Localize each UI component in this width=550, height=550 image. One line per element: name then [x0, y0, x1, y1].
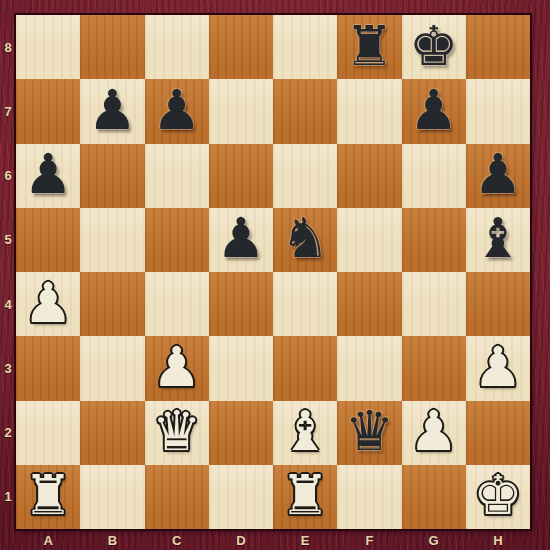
square-a7[interactable]	[16, 79, 80, 143]
rank-label-7: 7	[0, 79, 16, 143]
white-bishop-e2[interactable]: ♝	[280, 404, 329, 459]
square-c3[interactable]: ♟	[145, 336, 209, 400]
square-f7[interactable]	[337, 79, 401, 143]
square-g2[interactable]: ♟	[402, 401, 466, 465]
black-bishop-h5[interactable]: ♝	[473, 211, 522, 266]
black-pawn-a6[interactable]: ♟	[23, 147, 72, 202]
square-d7[interactable]	[209, 79, 273, 143]
black-knight-e5[interactable]: ♞	[280, 211, 329, 266]
file-label-b: B	[80, 530, 144, 550]
file-label-h: H	[466, 530, 530, 550]
white-king-h1[interactable]: ♚	[473, 468, 522, 523]
chess-diagram: 87654321 ABCDEFGH ♜♚♟♟♟♟♟♟♞♝♟♟♟♛♝♛♟♜♜♚	[0, 0, 550, 550]
square-h7[interactable]	[466, 79, 530, 143]
square-g5[interactable]	[402, 208, 466, 272]
square-c7[interactable]: ♟	[145, 79, 209, 143]
square-d5[interactable]: ♟	[209, 208, 273, 272]
white-pawn-a4[interactable]: ♟	[23, 276, 72, 331]
file-label-a: A	[16, 530, 80, 550]
square-f4[interactable]	[337, 272, 401, 336]
square-a6[interactable]: ♟	[16, 144, 80, 208]
white-pawn-c3[interactable]: ♟	[152, 340, 201, 395]
square-b5[interactable]	[80, 208, 144, 272]
square-e6[interactable]	[273, 144, 337, 208]
square-g1[interactable]	[402, 465, 466, 529]
square-b2[interactable]	[80, 401, 144, 465]
rank-label-8: 8	[0, 15, 16, 79]
square-h1[interactable]: ♚	[466, 465, 530, 529]
white-pawn-g2[interactable]: ♟	[409, 404, 458, 459]
square-d8[interactable]	[209, 15, 273, 79]
rank-label-1: 1	[0, 465, 16, 529]
square-b7[interactable]: ♟	[80, 79, 144, 143]
file-label-d: D	[209, 530, 273, 550]
square-c2[interactable]: ♛	[145, 401, 209, 465]
square-b1[interactable]	[80, 465, 144, 529]
rank-label-5: 5	[0, 208, 16, 272]
square-e7[interactable]	[273, 79, 337, 143]
square-h4[interactable]	[466, 272, 530, 336]
square-c4[interactable]	[145, 272, 209, 336]
square-h6[interactable]: ♟	[466, 144, 530, 208]
square-e3[interactable]	[273, 336, 337, 400]
black-pawn-c7[interactable]: ♟	[152, 83, 201, 138]
square-h2[interactable]	[466, 401, 530, 465]
square-g8[interactable]: ♚	[402, 15, 466, 79]
square-c5[interactable]	[145, 208, 209, 272]
white-queen-c2[interactable]: ♛	[152, 404, 201, 459]
square-d4[interactable]	[209, 272, 273, 336]
square-d1[interactable]	[209, 465, 273, 529]
file-label-e: E	[273, 530, 337, 550]
square-e8[interactable]	[273, 15, 337, 79]
white-pawn-h3[interactable]: ♟	[473, 340, 522, 395]
square-f8[interactable]: ♜	[337, 15, 401, 79]
square-h3[interactable]: ♟	[466, 336, 530, 400]
square-b3[interactable]	[80, 336, 144, 400]
black-pawn-g7[interactable]: ♟	[409, 83, 458, 138]
square-g7[interactable]: ♟	[402, 79, 466, 143]
white-rook-a1[interactable]: ♜	[23, 468, 72, 523]
rank-label-3: 3	[0, 336, 16, 400]
chess-board: ♜♚♟♟♟♟♟♟♞♝♟♟♟♛♝♛♟♜♜♚	[16, 15, 530, 529]
square-a1[interactable]: ♜	[16, 465, 80, 529]
square-f5[interactable]	[337, 208, 401, 272]
square-h8[interactable]	[466, 15, 530, 79]
square-g6[interactable]	[402, 144, 466, 208]
file-labels: ABCDEFGH	[16, 530, 530, 550]
black-queen-f2[interactable]: ♛	[345, 404, 394, 459]
square-g3[interactable]	[402, 336, 466, 400]
black-pawn-d5[interactable]: ♟	[216, 211, 265, 266]
square-a4[interactable]: ♟	[16, 272, 80, 336]
square-e2[interactable]: ♝	[273, 401, 337, 465]
square-e5[interactable]: ♞	[273, 208, 337, 272]
black-king-g8[interactable]: ♚	[409, 19, 458, 74]
file-label-c: C	[145, 530, 209, 550]
square-g4[interactable]	[402, 272, 466, 336]
square-a8[interactable]	[16, 15, 80, 79]
square-b8[interactable]	[80, 15, 144, 79]
rank-label-4: 4	[0, 272, 16, 336]
square-f6[interactable]	[337, 144, 401, 208]
square-f2[interactable]: ♛	[337, 401, 401, 465]
square-a3[interactable]	[16, 336, 80, 400]
square-f1[interactable]	[337, 465, 401, 529]
square-d6[interactable]	[209, 144, 273, 208]
black-pawn-h6[interactable]: ♟	[473, 147, 522, 202]
square-a2[interactable]	[16, 401, 80, 465]
rank-label-2: 2	[0, 401, 16, 465]
file-label-f: F	[337, 530, 401, 550]
square-c1[interactable]	[145, 465, 209, 529]
square-d2[interactable]	[209, 401, 273, 465]
black-pawn-b7[interactable]: ♟	[88, 83, 137, 138]
square-b6[interactable]	[80, 144, 144, 208]
square-b4[interactable]	[80, 272, 144, 336]
square-f3[interactable]	[337, 336, 401, 400]
file-label-g: G	[402, 530, 466, 550]
square-d3[interactable]	[209, 336, 273, 400]
square-e4[interactable]	[273, 272, 337, 336]
rank-labels: 87654321	[0, 15, 16, 529]
square-a5[interactable]	[16, 208, 80, 272]
square-c8[interactable]	[145, 15, 209, 79]
white-rook-e1[interactable]: ♜	[280, 468, 329, 523]
square-h5[interactable]: ♝	[466, 208, 530, 272]
black-rook-f8[interactable]: ♜	[345, 19, 394, 74]
rank-label-6: 6	[0, 144, 16, 208]
square-e1[interactable]: ♜	[273, 465, 337, 529]
square-c6[interactable]	[145, 144, 209, 208]
